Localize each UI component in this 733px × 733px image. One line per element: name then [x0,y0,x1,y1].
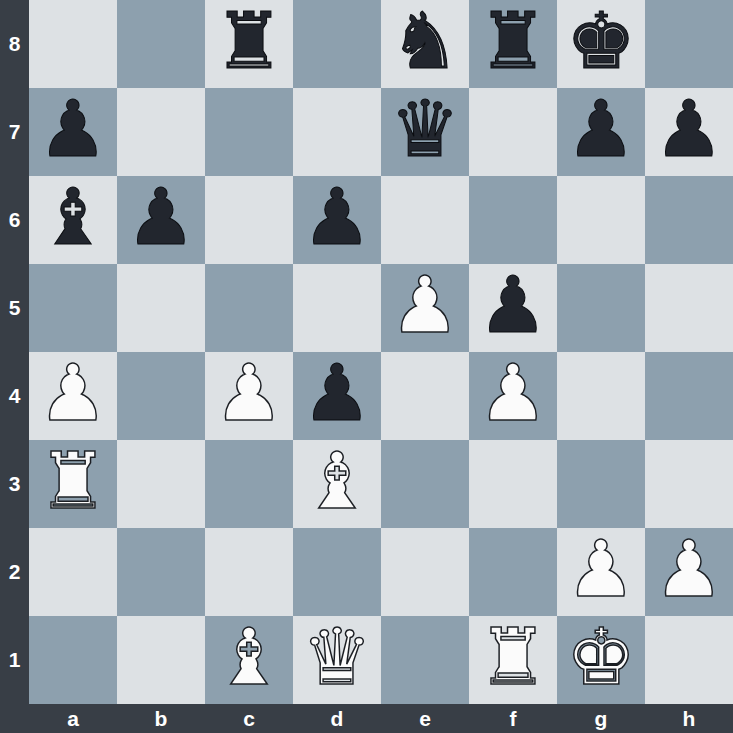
square-c2[interactable] [205,528,293,616]
square-c3[interactable] [205,440,293,528]
chess-board-app: 8♜♞♜♚7♟♛♟♟6♝♟♟5♟♟4♟♟♟♟3♜♝2♟♟1♝♛♜♚abcdefg… [0,0,733,733]
piece-black-knight-e8[interactable]: ♞ [390,2,460,80]
square-b1[interactable] [117,616,205,704]
file-label-f: f [469,704,557,733]
square-b4[interactable] [117,352,205,440]
square-d2[interactable] [293,528,381,616]
piece-black-pawn-b6[interactable]: ♟ [126,178,196,256]
square-h1[interactable] [645,616,733,704]
square-g7[interactable]: ♟ [557,88,645,176]
square-a5[interactable] [29,264,117,352]
square-c8[interactable]: ♜ [205,0,293,88]
square-g2[interactable]: ♟ [557,528,645,616]
square-g5[interactable] [557,264,645,352]
piece-white-bishop-d3[interactable]: ♝ [302,442,372,520]
square-f7[interactable] [469,88,557,176]
square-f8[interactable]: ♜ [469,0,557,88]
square-h3[interactable] [645,440,733,528]
rank-label-2: 2 [0,528,29,616]
square-d6[interactable]: ♟ [293,176,381,264]
piece-black-bishop-a6[interactable]: ♝ [38,178,108,256]
piece-black-rook-c8[interactable]: ♜ [214,2,284,80]
square-e2[interactable] [381,528,469,616]
rank-label-4: 4 [0,352,29,440]
square-f3[interactable] [469,440,557,528]
rank-label-7: 7 [0,88,29,176]
piece-white-pawn-g2[interactable]: ♟ [566,530,636,608]
file-label-d: d [293,704,381,733]
square-g8[interactable]: ♚ [557,0,645,88]
square-b6[interactable]: ♟ [117,176,205,264]
piece-black-pawn-g7[interactable]: ♟ [566,90,636,168]
piece-black-queen-e7[interactable]: ♛ [390,90,460,168]
square-f6[interactable] [469,176,557,264]
piece-black-pawn-f5[interactable]: ♟ [478,266,548,344]
chess-board: 8♜♞♜♚7♟♛♟♟6♝♟♟5♟♟4♟♟♟♟3♜♝2♟♟1♝♛♜♚abcdefg… [0,0,733,733]
square-d5[interactable] [293,264,381,352]
square-a6[interactable]: ♝ [29,176,117,264]
square-d3[interactable]: ♝ [293,440,381,528]
square-e6[interactable] [381,176,469,264]
square-h4[interactable] [645,352,733,440]
square-f4[interactable]: ♟ [469,352,557,440]
square-a8[interactable] [29,0,117,88]
square-a3[interactable]: ♜ [29,440,117,528]
file-label-a: a [29,704,117,733]
square-h2[interactable]: ♟ [645,528,733,616]
piece-white-pawn-f4[interactable]: ♟ [478,354,548,432]
square-f1[interactable]: ♜ [469,616,557,704]
square-d1[interactable]: ♛ [293,616,381,704]
piece-white-pawn-h2[interactable]: ♟ [654,530,724,608]
square-e5[interactable]: ♟ [381,264,469,352]
square-b5[interactable] [117,264,205,352]
square-d4[interactable]: ♟ [293,352,381,440]
piece-black-rook-f8[interactable]: ♜ [478,2,548,80]
piece-white-rook-f1[interactable]: ♜ [478,618,548,696]
piece-black-pawn-d4[interactable]: ♟ [302,354,372,432]
square-b7[interactable] [117,88,205,176]
piece-white-pawn-a4[interactable]: ♟ [38,354,108,432]
rank-label-6: 6 [0,176,29,264]
rank-label-8: 8 [0,0,29,88]
square-c6[interactable] [205,176,293,264]
file-label-c: c [205,704,293,733]
square-c1[interactable]: ♝ [205,616,293,704]
square-e7[interactable]: ♛ [381,88,469,176]
square-a7[interactable]: ♟ [29,88,117,176]
square-h5[interactable] [645,264,733,352]
square-e4[interactable] [381,352,469,440]
file-label-b: b [117,704,205,733]
square-g6[interactable] [557,176,645,264]
corner-gutter [0,704,29,733]
square-e3[interactable] [381,440,469,528]
piece-white-pawn-c4[interactable]: ♟ [214,354,284,432]
square-a4[interactable]: ♟ [29,352,117,440]
piece-black-pawn-a7[interactable]: ♟ [38,90,108,168]
square-b8[interactable] [117,0,205,88]
square-c5[interactable] [205,264,293,352]
rank-label-5: 5 [0,264,29,352]
piece-black-pawn-d6[interactable]: ♟ [302,178,372,256]
file-label-e: e [381,704,469,733]
piece-white-queen-d1[interactable]: ♛ [302,618,372,696]
square-g1[interactable]: ♚ [557,616,645,704]
file-label-h: h [645,704,733,733]
piece-white-rook-a3[interactable]: ♜ [38,442,108,520]
square-g4[interactable] [557,352,645,440]
square-a2[interactable] [29,528,117,616]
square-g3[interactable] [557,440,645,528]
square-h6[interactable] [645,176,733,264]
square-b3[interactable] [117,440,205,528]
rank-label-1: 1 [0,616,29,704]
square-a1[interactable] [29,616,117,704]
square-e1[interactable] [381,616,469,704]
square-d8[interactable] [293,0,381,88]
square-f2[interactable] [469,528,557,616]
square-c7[interactable] [205,88,293,176]
square-b2[interactable] [117,528,205,616]
square-h8[interactable] [645,0,733,88]
square-c4[interactable]: ♟ [205,352,293,440]
rank-label-3: 3 [0,440,29,528]
square-h7[interactable]: ♟ [645,88,733,176]
piece-white-king-g1[interactable]: ♚ [566,618,636,696]
square-e8[interactable]: ♞ [381,0,469,88]
piece-black-king-g8[interactable]: ♚ [566,2,636,80]
square-f5[interactable]: ♟ [469,264,557,352]
piece-white-pawn-e5[interactable]: ♟ [390,266,460,344]
piece-white-bishop-c1[interactable]: ♝ [214,618,284,696]
square-d7[interactable] [293,88,381,176]
file-label-g: g [557,704,645,733]
piece-black-pawn-h7[interactable]: ♟ [654,90,724,168]
